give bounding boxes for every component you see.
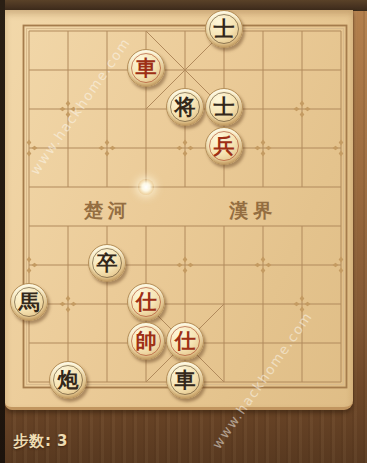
board-intersection[interactable] <box>88 441 127 463</box>
board-intersection[interactable] <box>283 90 322 129</box>
piece-glyph: 将 <box>175 96 196 118</box>
piece-glyph: 兵 <box>214 135 235 157</box>
piece-red-advisor[interactable]: 仕 <box>127 283 165 321</box>
move-counter-label: 步数: <box>13 432 52 450</box>
board-intersection[interactable] <box>283 285 322 324</box>
board-intersection[interactable] <box>322 402 361 441</box>
board-intersection[interactable] <box>166 246 205 285</box>
board-intersection[interactable] <box>283 12 322 51</box>
board-intersection[interactable] <box>49 90 88 129</box>
board-intersection[interactable] <box>166 51 205 90</box>
move-counter-value: 3 <box>57 432 68 450</box>
board-intersection[interactable] <box>49 207 88 246</box>
board-intersection[interactable] <box>88 129 127 168</box>
piece-red-soldier[interactable]: 兵 <box>205 127 243 165</box>
board-grid: 士車将士兵卒馬仕帥仕炮車 <box>10 12 361 463</box>
board-intersection[interactable] <box>166 402 205 441</box>
piece-red-general[interactable]: 帥 <box>127 322 165 360</box>
board-intersection[interactable] <box>244 363 283 402</box>
board-intersection[interactable] <box>127 129 166 168</box>
piece-black-advisor[interactable]: 士 <box>205 10 243 48</box>
board-intersection[interactable] <box>49 285 88 324</box>
board-intersection[interactable] <box>127 402 166 441</box>
board-intersection[interactable] <box>283 129 322 168</box>
board-intersection[interactable] <box>244 51 283 90</box>
board-intersection[interactable] <box>244 168 283 207</box>
board-intersection[interactable] <box>88 402 127 441</box>
board-intersection[interactable] <box>49 12 88 51</box>
board-intersection[interactable] <box>127 207 166 246</box>
board-intersection[interactable] <box>88 12 127 51</box>
board-intersection[interactable] <box>49 129 88 168</box>
board-intersection[interactable] <box>244 12 283 51</box>
board-intersection[interactable] <box>244 129 283 168</box>
board-intersection[interactable] <box>322 363 361 402</box>
board-intersection[interactable] <box>166 129 205 168</box>
board-intersection[interactable] <box>127 12 166 51</box>
board-intersection[interactable] <box>205 402 244 441</box>
board-intersection[interactable] <box>283 363 322 402</box>
piece-black-advisor[interactable]: 士 <box>205 88 243 126</box>
board-intersection[interactable] <box>10 51 49 90</box>
piece-glyph: 士 <box>214 18 235 40</box>
board-intersection[interactable] <box>322 129 361 168</box>
board-intersection[interactable] <box>205 363 244 402</box>
piece-black-chariot[interactable]: 車 <box>166 361 204 399</box>
board-intersection[interactable] <box>322 285 361 324</box>
board-intersection[interactable] <box>10 168 49 207</box>
board-intersection[interactable] <box>166 285 205 324</box>
board-intersection[interactable] <box>10 129 49 168</box>
piece-glyph: 仕 <box>175 330 196 352</box>
board-intersection[interactable] <box>49 168 88 207</box>
piece-glyph: 炮 <box>58 369 79 391</box>
piece-glyph: 車 <box>175 369 196 391</box>
piece-glyph: 車 <box>136 57 157 79</box>
board-intersection[interactable] <box>322 207 361 246</box>
board-intersection[interactable] <box>244 324 283 363</box>
board-intersection[interactable] <box>88 168 127 207</box>
board-intersection[interactable] <box>322 51 361 90</box>
board-intersection[interactable] <box>244 90 283 129</box>
board-intersection[interactable] <box>10 12 49 51</box>
piece-glyph: 馬 <box>19 291 40 313</box>
board-intersection[interactable] <box>322 90 361 129</box>
board-intersection[interactable] <box>127 168 166 207</box>
board-intersection[interactable] <box>49 324 88 363</box>
board-intersection[interactable] <box>49 246 88 285</box>
board-intersection[interactable] <box>10 324 49 363</box>
board-intersection[interactable] <box>88 324 127 363</box>
piece-black-soldier[interactable]: 卒 <box>88 244 126 282</box>
board-intersection[interactable] <box>10 90 49 129</box>
board-intersection[interactable] <box>88 363 127 402</box>
board-intersection[interactable] <box>127 363 166 402</box>
board-intersection[interactable] <box>244 246 283 285</box>
board-intersection[interactable] <box>283 51 322 90</box>
board-intersection[interactable] <box>205 246 244 285</box>
board-intersection[interactable] <box>127 246 166 285</box>
board-intersection[interactable] <box>283 207 322 246</box>
piece-black-general[interactable]: 将 <box>166 88 204 126</box>
board-intersection[interactable] <box>283 402 322 441</box>
board-intersection[interactable] <box>10 246 49 285</box>
board-intersection[interactable] <box>283 168 322 207</box>
piece-red-chariot[interactable]: 車 <box>127 49 165 87</box>
move-counter: 步数:3 <box>13 432 68 451</box>
piece-glyph: 仕 <box>136 291 157 313</box>
piece-black-horse[interactable]: 馬 <box>10 283 48 321</box>
piece-glyph: 卒 <box>97 252 118 274</box>
board-intersection[interactable] <box>322 246 361 285</box>
board-intersection[interactable] <box>283 324 322 363</box>
board-intersection[interactable] <box>166 168 205 207</box>
screen-left-edge <box>0 0 5 463</box>
board-intersection[interactable] <box>166 207 205 246</box>
board-intersection[interactable] <box>10 363 49 402</box>
board-intersection[interactable] <box>88 51 127 90</box>
board-intersection[interactable] <box>205 324 244 363</box>
board-intersection[interactable] <box>166 12 205 51</box>
board-intersection[interactable] <box>88 285 127 324</box>
board-intersection[interactable] <box>322 168 361 207</box>
piece-black-cannon[interactable]: 炮 <box>49 361 87 399</box>
game-screen: 楚河 漢界 士車将士兵卒馬仕帥仕炮車 www.hackhome.com www.… <box>0 0 367 463</box>
board-intersection[interactable] <box>205 285 244 324</box>
piece-glyph: 帥 <box>136 330 157 352</box>
board-intersection[interactable] <box>322 12 361 51</box>
board-intersection[interactable] <box>88 207 127 246</box>
board-intersection[interactable] <box>244 402 283 441</box>
board-intersection[interactable] <box>283 246 322 285</box>
board-intersection[interactable] <box>322 324 361 363</box>
board-intersection[interactable] <box>88 90 127 129</box>
board-intersection[interactable] <box>205 168 244 207</box>
board-intersection[interactable] <box>205 207 244 246</box>
board-intersection[interactable] <box>205 51 244 90</box>
piece-red-advisor[interactable]: 仕 <box>166 322 204 360</box>
board-intersection[interactable] <box>49 51 88 90</box>
board-intersection[interactable] <box>10 207 49 246</box>
board-intersection[interactable] <box>244 207 283 246</box>
board-intersection[interactable] <box>127 90 166 129</box>
piece-glyph: 士 <box>214 96 235 118</box>
board-intersection[interactable] <box>244 285 283 324</box>
